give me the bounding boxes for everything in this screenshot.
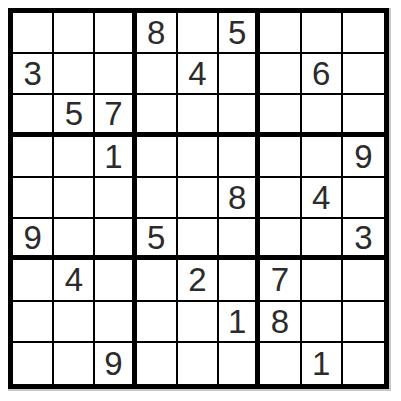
cell-r7c3[interactable] [95,260,136,301]
cell-r5c4[interactable] [137,178,178,219]
cell-r2c6[interactable] [219,54,260,95]
cell-r8c1[interactable] [13,302,54,343]
cell-r8c6[interactable]: 1 [219,302,260,343]
cell-r7c5[interactable]: 2 [178,260,219,301]
cell-r9c2[interactable] [54,343,95,384]
cell-r3c7[interactable] [260,95,301,136]
cell-r8c2[interactable] [54,302,95,343]
cell-r4c5[interactable] [178,137,219,178]
cell-r1c4[interactable]: 8 [137,13,178,54]
cell-r2c5[interactable]: 4 [178,54,219,95]
cell-r9c7[interactable] [260,343,301,384]
cell-r4c9[interactable]: 9 [343,137,384,178]
cell-r1c6[interactable]: 5 [219,13,260,54]
cell-r2c4[interactable] [137,54,178,95]
cell-r4c7[interactable] [260,137,301,178]
cell-r3c5[interactable] [178,95,219,136]
cell-r2c1[interactable]: 3 [13,54,54,95]
cell-r9c3[interactable]: 9 [95,343,136,384]
cell-r4c1[interactable] [13,137,54,178]
cell-r4c2[interactable] [54,137,95,178]
cell-r6c6[interactable] [219,219,260,260]
cell-r4c4[interactable] [137,137,178,178]
cell-r5c3[interactable] [95,178,136,219]
cell-r5c1[interactable] [13,178,54,219]
cell-r6c2[interactable] [54,219,95,260]
cell-r2c7[interactable] [260,54,301,95]
cell-r6c5[interactable] [178,219,219,260]
cell-r9c5[interactable] [178,343,219,384]
cell-r9c1[interactable] [13,343,54,384]
sudoku-board: 853465719849534271891 [8,8,389,389]
cell-r4c6[interactable] [219,137,260,178]
cell-r8c7[interactable]: 8 [260,302,301,343]
cell-r8c9[interactable] [343,302,384,343]
cell-r9c8[interactable]: 1 [302,343,343,384]
cell-r6c7[interactable] [260,219,301,260]
cell-r8c5[interactable] [178,302,219,343]
cell-r6c8[interactable] [302,219,343,260]
cell-r8c3[interactable] [95,302,136,343]
cell-r9c6[interactable] [219,343,260,384]
cell-r5c6[interactable]: 8 [219,178,260,219]
cell-r8c4[interactable] [137,302,178,343]
cell-r3c4[interactable] [137,95,178,136]
cell-r2c9[interactable] [343,54,384,95]
cell-r2c3[interactable] [95,54,136,95]
cell-r5c2[interactable] [54,178,95,219]
cell-r3c9[interactable] [343,95,384,136]
cell-r7c7[interactable]: 7 [260,260,301,301]
cell-r3c2[interactable]: 5 [54,95,95,136]
cell-r7c9[interactable] [343,260,384,301]
cell-r6c3[interactable] [95,219,136,260]
cell-r1c1[interactable] [13,13,54,54]
cell-r3c6[interactable] [219,95,260,136]
cell-r9c9[interactable] [343,343,384,384]
cell-r5c8[interactable]: 4 [302,178,343,219]
cell-r7c8[interactable] [302,260,343,301]
cell-r1c5[interactable] [178,13,219,54]
cell-r7c6[interactable] [219,260,260,301]
cell-r1c2[interactable] [54,13,95,54]
cell-r9c4[interactable] [137,343,178,384]
cell-r2c8[interactable]: 6 [302,54,343,95]
cell-r1c8[interactable] [302,13,343,54]
cell-r3c1[interactable] [13,95,54,136]
cell-r1c7[interactable] [260,13,301,54]
cell-r6c9[interactable]: 3 [343,219,384,260]
cell-r5c5[interactable] [178,178,219,219]
cell-r1c3[interactable] [95,13,136,54]
cell-r4c3[interactable]: 1 [95,137,136,178]
cell-r4c8[interactable] [302,137,343,178]
cell-r5c9[interactable] [343,178,384,219]
cell-r7c2[interactable]: 4 [54,260,95,301]
cell-r7c1[interactable] [13,260,54,301]
cell-r8c8[interactable] [302,302,343,343]
cell-r2c2[interactable] [54,54,95,95]
cell-r7c4[interactable] [137,260,178,301]
cell-r6c1[interactable]: 9 [13,219,54,260]
cell-r3c3[interactable]: 7 [95,95,136,136]
cell-r1c9[interactable] [343,13,384,54]
cell-r3c8[interactable] [302,95,343,136]
cell-r5c7[interactable] [260,178,301,219]
cell-r6c4[interactable]: 5 [137,219,178,260]
